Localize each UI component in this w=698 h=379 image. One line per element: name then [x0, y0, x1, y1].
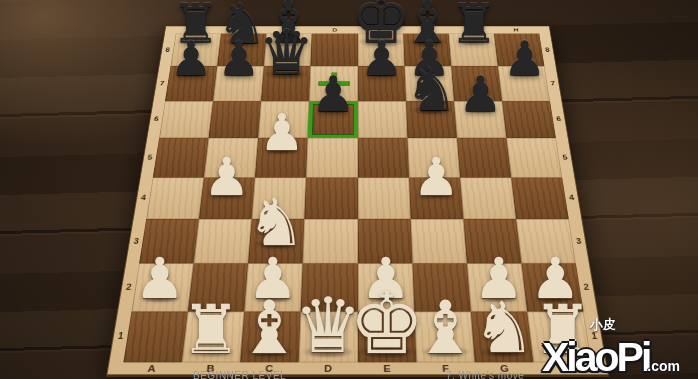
square-h6[interactable] — [502, 101, 556, 138]
square-g4[interactable] — [460, 177, 516, 219]
piece-white-bishop-c1[interactable]: ♝ — [237, 291, 303, 364]
square-d4[interactable] — [305, 177, 358, 219]
piece-white-pawn-f4[interactable]: ♟ — [413, 151, 460, 203]
chess-app-screen: ABCDEFGH8877665544332211ABCDEFGH ♜♞♝♚♝♜♟… — [0, 0, 698, 379]
move-turn-indicator: 7. White's move — [446, 370, 524, 379]
piece-black-pawn-h7[interactable]: ♟ — [503, 35, 546, 83]
square-a1[interactable] — [123, 311, 188, 362]
piece-black-pawn-e7[interactable]: ♟ — [360, 35, 403, 83]
square-a5[interactable] — [153, 138, 209, 177]
piece-black-pawn-g6[interactable]: ♟ — [459, 70, 503, 119]
square-a6[interactable] — [159, 101, 213, 138]
xiaopi-watermark: 小皮 XiaoPi.com — [542, 316, 694, 379]
watermark-tld: .com — [647, 358, 680, 374]
square-b6[interactable] — [209, 101, 262, 138]
square-g5[interactable] — [457, 138, 511, 177]
piece-white-pawn-b4[interactable]: ♟ — [203, 151, 250, 203]
square-f3[interactable] — [410, 219, 466, 264]
square-d3[interactable] — [303, 219, 358, 264]
piece-white-knight-c3[interactable]: ♞ — [247, 190, 305, 255]
watermark-logo-text: XiaoPi — [542, 334, 649, 379]
difficulty-level-label: BEGINNER LEVEL — [193, 370, 286, 379]
square-d5[interactable] — [306, 138, 357, 177]
square-e5[interactable] — [358, 138, 409, 177]
piece-white-pawn-a2[interactable]: ♟ — [135, 251, 186, 308]
piece-black-pawn-b7[interactable]: ♟ — [217, 35, 260, 83]
watermark-chinese-label: 小皮 — [590, 316, 694, 334]
square-e4[interactable] — [358, 177, 411, 219]
piece-white-pawn-c5[interactable]: ♟ — [259, 108, 304, 159]
square-h4[interactable] — [511, 177, 569, 219]
piece-black-knight-f6[interactable]: ♞ — [405, 61, 458, 120]
square-b3[interactable] — [194, 219, 252, 264]
piece-black-queen-c7[interactable]: ♛ — [259, 23, 315, 85]
piece-black-rook-g8[interactable]: ♜ — [450, 0, 498, 51]
square-e6[interactable] — [358, 101, 408, 138]
piece-white-rook-b1[interactable]: ♜ — [181, 296, 241, 363]
square-a4[interactable] — [146, 177, 204, 219]
piece-white-bishop-f1[interactable]: ♝ — [413, 291, 479, 364]
piece-white-knight-g1[interactable]: ♞ — [473, 293, 536, 363]
piece-black-pawn-d6[interactable]: ♟ — [311, 70, 355, 119]
piece-black-pawn-a7[interactable]: ♟ — [170, 35, 213, 83]
square-h5[interactable] — [506, 138, 562, 177]
file-label-bottom-a: A — [121, 362, 181, 374]
